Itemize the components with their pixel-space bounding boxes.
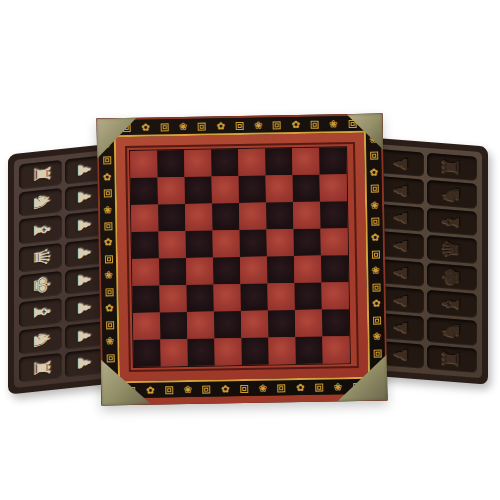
black-piece-slot: ♟: [379, 204, 424, 232]
square-e7[interactable]: [239, 176, 266, 203]
white-piece-slot: ♟: [65, 266, 103, 295]
black-bishop-piece[interactable]: ♝: [441, 211, 463, 232]
black-piece-slot: ♟: [379, 177, 424, 205]
square-a7[interactable]: [131, 177, 158, 204]
white-pawn-piece[interactable]: ♟: [75, 355, 92, 372]
greek-key-ornament: [235, 121, 243, 129]
square-h1[interactable]: [322, 336, 349, 363]
white-piece-slot: ♞: [19, 326, 62, 355]
gold-flower-ornament: ❀: [259, 383, 268, 393]
greek-key-ornament: [273, 121, 281, 129]
black-queen-piece[interactable]: ♛: [441, 238, 463, 259]
black-rook-piece[interactable]: ♜: [441, 348, 463, 369]
greek-key-ornament: [203, 385, 211, 393]
white-knight-piece[interactable]: ♞: [29, 329, 51, 351]
white-piece-slot: ♝: [19, 298, 62, 327]
square-g5[interactable]: [293, 229, 320, 256]
square-g1[interactable]: [295, 337, 322, 364]
black-knight-piece[interactable]: ♞: [441, 321, 463, 342]
black-piece-slot: ♜: [427, 153, 477, 181]
gold-flower-ornament: ✿: [296, 382, 305, 392]
frame-groove: [125, 142, 359, 372]
white-pawn-piece[interactable]: ♟: [75, 327, 92, 344]
gold-flower-ornament: ✿: [370, 167, 379, 177]
white-pawn-piece[interactable]: ♟: [75, 300, 92, 317]
square-g3[interactable]: [294, 283, 321, 310]
gold-flower-ornament: ❀: [329, 119, 338, 129]
square-h7[interactable]: [320, 174, 347, 201]
square-g4[interactable]: [294, 256, 321, 283]
greek-key-ornament: [370, 185, 378, 193]
white-piece-slot: ♟: [65, 238, 103, 267]
greek-key-ornament: [371, 250, 379, 258]
chess-board: ❀✿❀✿❀✿❀✿ ❀✿❀✿❀✿❀✿ ❀✿❀✿❀✿❀✿ ❀✿❀✿❀✿❀✿: [97, 114, 388, 406]
square-e5[interactable]: [239, 230, 266, 257]
white-bishop-piece[interactable]: ♝: [29, 219, 51, 241]
greek-key-ornament: [106, 354, 114, 362]
white-knight-piece[interactable]: ♞: [29, 191, 51, 213]
black-piece-slot: ♝: [427, 290, 477, 318]
gold-flower-ornament: ✿: [216, 121, 225, 131]
gold-flower-ornament: ❀: [373, 332, 382, 342]
gold-flower-ornament: ✿: [146, 385, 155, 395]
gold-flower-ornament: ❀: [184, 384, 193, 394]
greek-key-ornament: [315, 383, 323, 391]
square-c6[interactable]: [185, 204, 212, 231]
greek-key-ornament: [240, 384, 248, 392]
black-piece-slot: ♚: [427, 262, 477, 290]
square-g6[interactable]: [293, 202, 320, 229]
greek-key-ornament: [104, 255, 112, 263]
square-h4[interactable]: [321, 255, 348, 282]
square-c8[interactable]: [184, 150, 211, 177]
white-queen-piece[interactable]: ♛: [29, 246, 51, 268]
square-d4[interactable]: [213, 257, 240, 284]
white-piece-slot: ♜: [19, 353, 62, 382]
gold-flower-ornament: ❀: [370, 200, 379, 210]
greek-key-ornament: [105, 288, 113, 296]
gold-flower-ornament: ✿: [292, 119, 301, 129]
square-a5[interactable]: [132, 231, 159, 258]
square-e4[interactable]: [240, 257, 267, 284]
square-a6[interactable]: [131, 204, 158, 231]
square-e2[interactable]: [241, 311, 268, 338]
gold-flower-ornament: ✿: [221, 384, 230, 394]
square-b5[interactable]: [158, 231, 185, 258]
black-pawn-piece[interactable]: ♟: [393, 210, 410, 227]
black-piece-slot: ♟: [379, 259, 424, 287]
square-g2[interactable]: [295, 310, 322, 337]
checkerboard-outline: [129, 146, 351, 368]
square-b3[interactable]: [159, 285, 186, 312]
square-d3[interactable]: [213, 284, 240, 311]
black-tray-interior: ♟♟♟♟♟♟♟♟♜♞♝♛♚♝♞♜: [374, 144, 482, 378]
black-pawn-piece[interactable]: ♟: [393, 319, 410, 336]
gold-flower-ornament: ✿: [372, 299, 381, 309]
greek-key-ornament: [106, 321, 114, 329]
square-f4[interactable]: [267, 256, 294, 283]
square-c3[interactable]: [186, 285, 213, 312]
gold-flower-ornament: ✿: [103, 172, 112, 182]
gold-trim-line: [114, 131, 370, 383]
white-piece-slot: ♟: [65, 349, 103, 378]
square-h6[interactable]: [320, 201, 347, 228]
white-piece-slot: ♚: [19, 270, 62, 299]
greek-key-ornament: [372, 283, 380, 291]
square-f8[interactable]: [265, 148, 292, 175]
white-rook-piece[interactable]: ♜: [29, 357, 51, 379]
checkerboard-grid: [130, 147, 350, 367]
black-rook-piece[interactable]: ♜: [441, 156, 463, 177]
white-rook-piece[interactable]: ♜: [29, 163, 51, 185]
greek-key-ornament: [103, 189, 111, 197]
gold-flower-ornament: ✿: [104, 238, 113, 248]
square-c2[interactable]: [187, 311, 214, 338]
square-a1[interactable]: [133, 339, 160, 366]
square-b7[interactable]: [158, 177, 185, 204]
white-piece-slot: ♝: [19, 215, 62, 244]
white-king-piece[interactable]: ♚: [29, 274, 51, 296]
square-g7[interactable]: [293, 175, 320, 202]
greek-key-ornament: [311, 120, 319, 128]
black-pawn-piece[interactable]: ♟: [393, 264, 410, 281]
square-h8[interactable]: [319, 147, 346, 174]
greek-key-ornament: [165, 386, 173, 394]
square-d1[interactable]: [214, 338, 241, 365]
white-tray-interior: ♜♞♝♛♚♝♞♜♟♟♟♟♟♟♟♟: [14, 150, 108, 388]
black-pawn-piece[interactable]: ♟: [393, 292, 410, 309]
black-king-piece[interactable]: ♚: [441, 266, 463, 287]
square-h5[interactable]: [320, 228, 347, 255]
white-bishop-piece[interactable]: ♝: [29, 302, 51, 324]
greek-key-ornament: [198, 122, 206, 130]
white-piece-slot: ♜: [19, 160, 62, 189]
square-a2[interactable]: [133, 312, 160, 339]
square-e1[interactable]: [241, 338, 268, 365]
white-piece-slot: ♟: [65, 294, 103, 323]
gold-flower-ornament: ✿: [105, 304, 114, 314]
black-piece-slot: ♞: [427, 180, 477, 208]
square-c5[interactable]: [185, 231, 212, 258]
square-b1[interactable]: [160, 339, 187, 366]
gold-floral-ornament-right: ❀✿❀✿❀✿❀✿: [366, 131, 385, 379]
square-f7[interactable]: [266, 175, 293, 202]
square-d8[interactable]: [211, 149, 238, 176]
gold-flower-ornament: ❀: [334, 382, 343, 392]
square-b4[interactable]: [159, 258, 186, 285]
gold-flower-ornament: ❀: [254, 120, 263, 130]
black-pawn-piece[interactable]: ♟: [393, 346, 410, 363]
gold-flower-ornament: ❀: [371, 266, 380, 276]
greek-key-ornament: [373, 316, 381, 324]
greek-key-ornament: [371, 218, 379, 226]
white-pawn-piece[interactable]: ♟: [75, 272, 92, 289]
square-e8[interactable]: [238, 149, 265, 176]
white-pawn-piece[interactable]: ♟: [75, 161, 92, 178]
gold-flower-ornament: ✿: [141, 122, 150, 132]
square-g8[interactable]: [292, 148, 319, 175]
square-d7[interactable]: [212, 176, 239, 203]
square-b8[interactable]: [157, 150, 184, 177]
black-piece-slot: ♟: [379, 149, 424, 177]
gold-flower-ornament: ❀: [104, 271, 113, 281]
square-f3[interactable]: [267, 283, 294, 310]
square-d2[interactable]: [214, 311, 241, 338]
black-pawn-piece[interactable]: ♟: [393, 237, 410, 254]
gold-flower-ornament: ✿: [371, 233, 380, 243]
black-piece-slot: ♝: [427, 208, 477, 236]
white-piece-slot: ♛: [19, 243, 62, 272]
black-piece-slot: ♞: [427, 317, 477, 345]
square-c4[interactable]: [186, 258, 213, 285]
white-pawn-piece[interactable]: ♟: [75, 189, 92, 206]
white-piece-slot: ♞: [19, 188, 62, 217]
board-ornate-border: ❀✿❀✿❀✿❀✿ ❀✿❀✿❀✿❀✿ ❀✿❀✿❀✿❀✿ ❀✿❀✿❀✿❀✿: [99, 116, 386, 399]
square-e6[interactable]: [239, 203, 266, 230]
square-b6[interactable]: [158, 204, 185, 231]
square-d5[interactable]: [212, 230, 239, 257]
square-f2[interactable]: [268, 310, 295, 337]
greek-key-ornament: [160, 123, 168, 131]
square-b2[interactable]: [160, 312, 187, 339]
black-knight-piece[interactable]: ♞: [441, 184, 463, 205]
greek-key-ornament: [103, 156, 111, 164]
gold-flower-ornament: ❀: [179, 121, 188, 131]
gold-flower-ornament: ❀: [106, 336, 115, 346]
square-d6[interactable]: [212, 203, 239, 230]
square-c1[interactable]: [187, 338, 214, 365]
black-pawn-piece[interactable]: ♟: [393, 155, 410, 172]
greek-key-ornament: [370, 152, 378, 160]
square-h2[interactable]: [322, 309, 349, 336]
white-pawn-piece[interactable]: ♟: [75, 244, 92, 261]
white-pawn-piece[interactable]: ♟: [75, 217, 92, 234]
square-c7[interactable]: [185, 177, 212, 204]
red-wood-frame: [116, 133, 368, 381]
greek-key-ornament: [104, 222, 112, 230]
square-f1[interactable]: [268, 337, 295, 364]
black-piece-slot: ♜: [427, 345, 477, 373]
black-bishop-piece[interactable]: ♝: [441, 293, 463, 314]
square-a8[interactable]: [130, 150, 157, 177]
greek-key-ornament: [278, 384, 286, 392]
black-piece-slot: ♛: [427, 235, 477, 263]
greek-key-ornament: [373, 349, 381, 357]
square-h3[interactable]: [321, 282, 348, 309]
square-f6[interactable]: [266, 202, 293, 229]
gold-flower-ornament: ❀: [103, 205, 112, 215]
black-pawn-piece[interactable]: ♟: [393, 182, 410, 199]
square-a3[interactable]: [132, 285, 159, 312]
square-f5[interactable]: [266, 229, 293, 256]
square-a4[interactable]: [132, 258, 159, 285]
white-piece-slot: ♟: [65, 321, 103, 350]
product-photo: ♜♞♝♛♚♝♞♜♟♟♟♟♟♟♟♟ ♟♟♟♟♟♟♟♟♜♞♝♛♚♝♞♜ ❀✿❀✿❀✿…: [0, 0, 500, 500]
black-piece-slot: ♟: [379, 231, 424, 259]
square-e3[interactable]: [240, 284, 267, 311]
